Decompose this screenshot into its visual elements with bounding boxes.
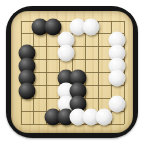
- white-stone: [83, 18, 100, 35]
- go-board: [11, 11, 133, 133]
- grid-line-vertical: [98, 21, 99, 124]
- white-stone: [109, 70, 126, 87]
- white-stone: [96, 109, 113, 126]
- white-stone: [57, 44, 74, 61]
- black-stone: [18, 83, 35, 100]
- white-stone: [109, 96, 126, 113]
- go-app-icon[interactable]: [6, 6, 138, 138]
- board-grid: [21, 21, 124, 124]
